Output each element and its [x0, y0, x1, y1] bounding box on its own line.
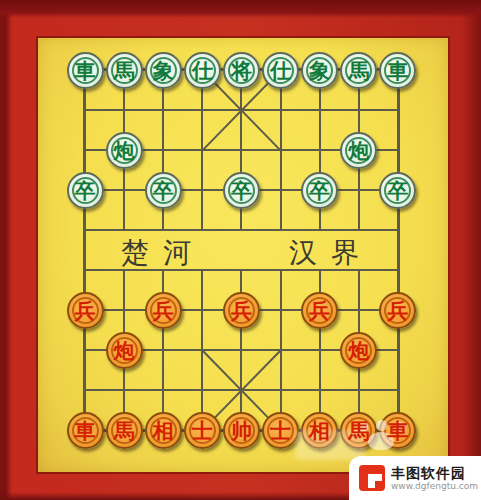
river-label-left: 楚河 — [88, 234, 238, 272]
green-chariot[interactable]: 車 — [67, 52, 104, 89]
green-elephant[interactable]: 象 — [301, 52, 338, 89]
green-soldier[interactable]: 卒 — [145, 172, 182, 209]
red-soldier[interactable]: 兵 — [301, 292, 338, 329]
green-cannon[interactable]: 炮 — [106, 132, 143, 169]
river-label-right: 汉界 — [256, 234, 406, 272]
red-chariot[interactable]: 車 — [67, 412, 104, 449]
site-url: www.dgfengtu.com — [391, 481, 478, 492]
green-chariot[interactable]: 車 — [379, 52, 416, 89]
red-soldier[interactable]: 兵 — [67, 292, 104, 329]
red-advisor[interactable]: 士 — [184, 412, 221, 449]
frame-top-shadow — [0, 0, 481, 18]
green-soldier[interactable]: 卒 — [67, 172, 104, 209]
green-elephant[interactable]: 象 — [145, 52, 182, 89]
green-soldier[interactable]: 卒 — [301, 172, 338, 209]
red-cannon[interactable]: 炮 — [340, 332, 377, 369]
green-advisor[interactable]: 仕 — [184, 52, 221, 89]
site-name: 丰图软件园 — [391, 465, 478, 481]
red-soldier[interactable]: 兵 — [223, 292, 260, 329]
red-soldier[interactable]: 兵 — [145, 292, 182, 329]
green-horse[interactable]: 馬 — [106, 52, 143, 89]
site-logo-icon — [359, 465, 385, 491]
green-soldier[interactable]: 卒 — [379, 172, 416, 209]
green-advisor[interactable]: 仕 — [262, 52, 299, 89]
red-chariot[interactable]: 車 — [379, 412, 416, 449]
red-elephant[interactable]: 相 — [145, 412, 182, 449]
xiangqi-board[interactable]: 楚河 汉界 車馬象仕将仕象馬車炮炮卒卒卒卒卒兵兵兵兵兵炮炮車馬相士帅士相馬車 — [38, 38, 444, 468]
green-general[interactable]: 将 — [223, 52, 260, 89]
red-soldier[interactable]: 兵 — [379, 292, 416, 329]
green-cannon[interactable]: 炮 — [340, 132, 377, 169]
site-watermark-badge: 丰图软件园 www.dgfengtu.com — [349, 456, 481, 500]
red-horse[interactable]: 馬 — [106, 412, 143, 449]
red-cannon[interactable]: 炮 — [106, 332, 143, 369]
green-horse[interactable]: 馬 — [340, 52, 377, 89]
red-general[interactable]: 帅 — [223, 412, 260, 449]
green-soldier[interactable]: 卒 — [223, 172, 260, 209]
red-advisor[interactable]: 士 — [262, 412, 299, 449]
